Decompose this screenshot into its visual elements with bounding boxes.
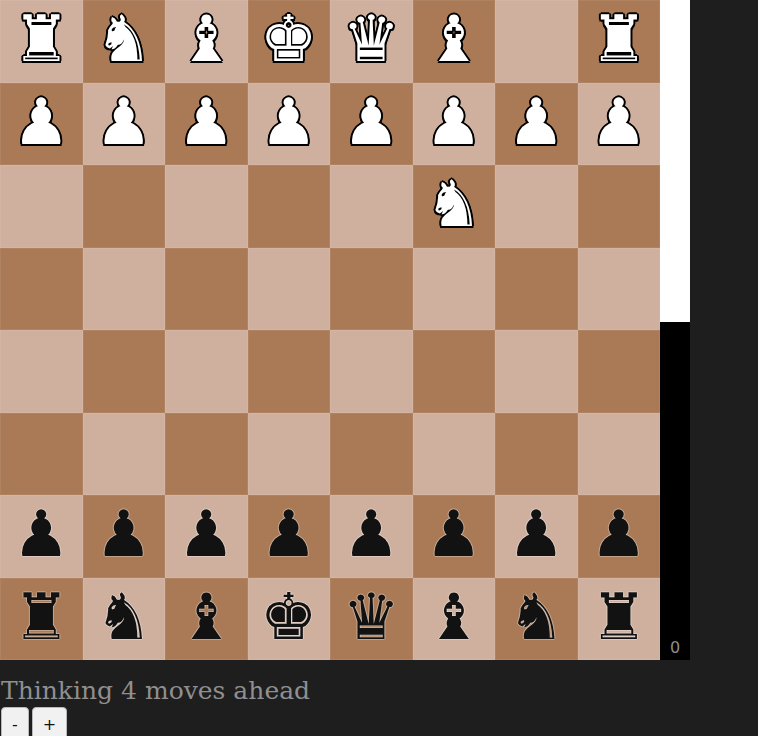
black-rook-piece: ♜ [13, 585, 70, 649]
black-pawn-piece: ♟ [260, 502, 317, 566]
square-r7c2[interactable]: ♟ [83, 495, 166, 578]
square-r3c2[interactable] [83, 165, 166, 248]
black-pawn-piece: ♟ [13, 502, 70, 566]
square-r8c7[interactable]: ♞ [495, 578, 578, 661]
decrease-depth-button[interactable]: - [1, 707, 29, 736]
square-r4c3[interactable] [165, 248, 248, 331]
square-r6c5[interactable] [330, 413, 413, 496]
square-r7c4[interactable]: ♟ [248, 495, 331, 578]
square-r5c3[interactable] [165, 330, 248, 413]
black-knight-piece: ♞ [95, 585, 152, 649]
square-r5c1[interactable] [0, 330, 83, 413]
white-pawn-piece: ♟ [13, 90, 70, 154]
white-pawn-piece: ♟ [343, 90, 400, 154]
square-r4c1[interactable] [0, 248, 83, 331]
black-rook-piece: ♜ [590, 585, 647, 649]
square-r2c5[interactable]: ♟ [330, 83, 413, 166]
square-r2c1[interactable]: ♟ [0, 83, 83, 166]
square-r8c5[interactable]: ♛ [330, 578, 413, 661]
square-r5c2[interactable] [83, 330, 166, 413]
evaluation-bar: 0 [660, 0, 690, 660]
square-r3c5[interactable] [330, 165, 413, 248]
square-r6c6[interactable] [413, 413, 496, 496]
white-bishop-piece: ♝ [178, 7, 235, 71]
square-r6c4[interactable] [248, 413, 331, 496]
square-r2c8[interactable]: ♟ [578, 83, 661, 166]
square-r8c3[interactable]: ♝ [165, 578, 248, 661]
square-r1c3[interactable]: ♝ [165, 0, 248, 83]
square-r1c6[interactable]: ♝ [413, 0, 496, 83]
evaluation-bar-white-segment [660, 0, 690, 322]
black-pawn-piece: ♟ [343, 502, 400, 566]
black-king-piece: ♚ [260, 585, 317, 649]
white-rook-piece: ♜ [590, 7, 647, 71]
square-r4c6[interactable] [413, 248, 496, 331]
white-pawn-piece: ♟ [590, 90, 647, 154]
white-pawn-piece: ♟ [95, 90, 152, 154]
square-r7c3[interactable]: ♟ [165, 495, 248, 578]
black-queen-piece: ♛ [343, 585, 400, 649]
square-r8c8[interactable]: ♜ [578, 578, 661, 661]
square-r4c8[interactable] [578, 248, 661, 331]
white-knight-piece: ♞ [95, 7, 152, 71]
square-r6c3[interactable] [165, 413, 248, 496]
chess-board[interactable]: ♜♞♝♚♛♝♜♟♟♟♟♟♟♟♟♞♟♟♟♟♟♟♟♟♜♞♝♚♛♝♞♜ [0, 0, 660, 660]
white-queen-piece: ♛ [343, 7, 400, 71]
engine-status-text: Thinking 4 moves ahead [1, 676, 310, 705]
square-r7c7[interactable]: ♟ [495, 495, 578, 578]
square-r5c5[interactable] [330, 330, 413, 413]
white-pawn-piece: ♟ [260, 90, 317, 154]
white-rook-piece: ♜ [13, 7, 70, 71]
square-r2c4[interactable]: ♟ [248, 83, 331, 166]
square-r8c6[interactable]: ♝ [413, 578, 496, 661]
square-r3c4[interactable] [248, 165, 331, 248]
white-pawn-piece: ♟ [178, 90, 235, 154]
square-r4c5[interactable] [330, 248, 413, 331]
black-pawn-piece: ♟ [425, 502, 482, 566]
black-bishop-piece: ♝ [425, 585, 482, 649]
square-r2c6[interactable]: ♟ [413, 83, 496, 166]
square-r6c7[interactable] [495, 413, 578, 496]
square-r7c6[interactable]: ♟ [413, 495, 496, 578]
square-r3c7[interactable] [495, 165, 578, 248]
square-r4c2[interactable] [83, 248, 166, 331]
square-r8c4[interactable]: ♚ [248, 578, 331, 661]
black-pawn-piece: ♟ [178, 502, 235, 566]
square-r5c6[interactable] [413, 330, 496, 413]
square-r1c1[interactable]: ♜ [0, 0, 83, 83]
white-bishop-piece: ♝ [425, 7, 482, 71]
black-pawn-piece: ♟ [95, 502, 152, 566]
white-pawn-piece: ♟ [425, 90, 482, 154]
increase-depth-button[interactable]: + [32, 707, 67, 736]
white-pawn-piece: ♟ [508, 90, 565, 154]
square-r1c8[interactable]: ♜ [578, 0, 661, 83]
black-bishop-piece: ♝ [178, 585, 235, 649]
square-r2c7[interactable]: ♟ [495, 83, 578, 166]
square-r1c2[interactable]: ♞ [83, 0, 166, 83]
square-r8c1[interactable]: ♜ [0, 578, 83, 661]
square-r5c7[interactable] [495, 330, 578, 413]
square-r3c1[interactable] [0, 165, 83, 248]
square-r1c4[interactable]: ♚ [248, 0, 331, 83]
square-r6c1[interactable] [0, 413, 83, 496]
black-pawn-piece: ♟ [508, 502, 565, 566]
square-r2c2[interactable]: ♟ [83, 83, 166, 166]
square-r4c4[interactable] [248, 248, 331, 331]
black-knight-piece: ♞ [508, 585, 565, 649]
square-r1c7[interactable] [495, 0, 578, 83]
depth-controls: - + [1, 707, 67, 736]
square-r3c3[interactable] [165, 165, 248, 248]
black-pawn-piece: ♟ [590, 502, 647, 566]
square-r5c4[interactable] [248, 330, 331, 413]
square-r3c6[interactable]: ♞ [413, 165, 496, 248]
square-r6c8[interactable] [578, 413, 661, 496]
square-r7c1[interactable]: ♟ [0, 495, 83, 578]
square-r8c2[interactable]: ♞ [83, 578, 166, 661]
square-r2c3[interactable]: ♟ [165, 83, 248, 166]
square-r3c8[interactable] [578, 165, 661, 248]
white-knight-piece: ♞ [425, 172, 482, 236]
square-r6c2[interactable] [83, 413, 166, 496]
evaluation-score: 0 [660, 638, 690, 657]
square-r4c7[interactable] [495, 248, 578, 331]
square-r5c8[interactable] [578, 330, 661, 413]
square-r7c5[interactable]: ♟ [330, 495, 413, 578]
square-r7c8[interactable]: ♟ [578, 495, 661, 578]
square-r1c5[interactable]: ♛ [330, 0, 413, 83]
white-king-piece: ♚ [260, 7, 317, 71]
